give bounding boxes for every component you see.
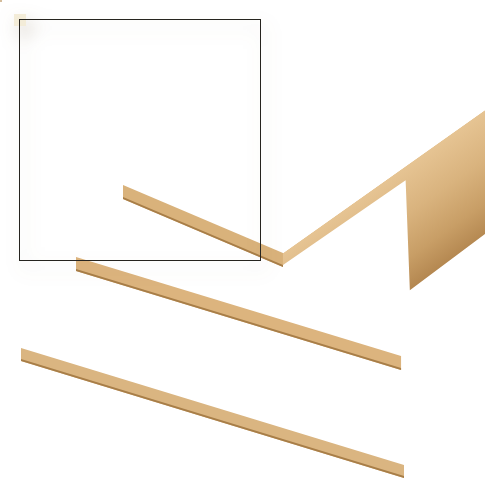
- game-set-photo: [0, 0, 500, 500]
- pieces-overlay: [0, 0, 500, 500]
